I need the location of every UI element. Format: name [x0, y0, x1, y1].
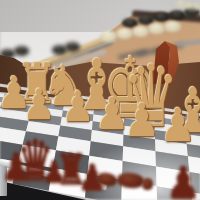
- cream-checker: [116, 28, 133, 39]
- fallen-dark-piece: [142, 178, 153, 190]
- white-pawn: ♟: [160, 102, 196, 148]
- cream-checker: [192, 4, 200, 10]
- cream-checker: [132, 26, 149, 37]
- black-checker: [169, 10, 185, 20]
- cream-checker: [148, 23, 165, 34]
- white-pawn: ♟: [22, 84, 55, 126]
- white-pawn: ♟: [61, 86, 94, 128]
- game-set-photo: ♜♞♝♚♛♝♟♟♟♟♟♟♟♛♟♜♟♟: [0, 0, 200, 200]
- white-pawn: ♟: [124, 97, 160, 143]
- cream-checker: [164, 21, 181, 32]
- dark-pawn: ♟: [166, 161, 200, 200]
